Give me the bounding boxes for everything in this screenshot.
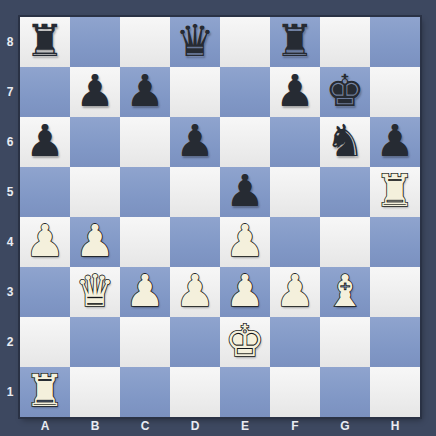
- square-f4[interactable]: [270, 217, 320, 267]
- file-label-d: D: [170, 417, 220, 436]
- square-b6[interactable]: [70, 117, 120, 167]
- square-d3[interactable]: ♟: [170, 267, 220, 317]
- square-g7[interactable]: ♚: [320, 67, 370, 117]
- rank-label-1: 1: [0, 367, 20, 417]
- square-g8[interactable]: [320, 17, 370, 67]
- piece-black-pawn[interactable]: ♟: [375, 117, 414, 166]
- square-b2[interactable]: [70, 317, 120, 367]
- file-label-e: E: [220, 417, 270, 436]
- square-d5[interactable]: [170, 167, 220, 217]
- piece-white-pawn[interactable]: ♟: [25, 217, 64, 266]
- piece-black-king[interactable]: ♚: [325, 67, 364, 116]
- square-e4[interactable]: ♟: [220, 217, 270, 267]
- square-f1[interactable]: [270, 367, 320, 417]
- square-c8[interactable]: [120, 17, 170, 67]
- file-label-f: F: [270, 417, 320, 436]
- square-g3[interactable]: ♝: [320, 267, 370, 317]
- chess-board: ♜♛♜♟♟♟♚♟♟♞♟♟♜♟♟♟♛♟♟♟♟♝♚♜: [20, 17, 420, 417]
- square-e1[interactable]: [220, 367, 270, 417]
- square-a3[interactable]: [20, 267, 70, 317]
- rank-label-4: 4: [0, 217, 20, 267]
- square-f5[interactable]: [270, 167, 320, 217]
- rank-label-5: 5: [0, 167, 20, 217]
- rank-label-3: 3: [0, 267, 20, 317]
- square-g1[interactable]: [320, 367, 370, 417]
- piece-black-pawn[interactable]: ♟: [75, 67, 114, 116]
- file-label-a: A: [20, 417, 70, 436]
- square-e8[interactable]: [220, 17, 270, 67]
- piece-black-pawn[interactable]: ♟: [125, 67, 164, 116]
- square-a7[interactable]: [20, 67, 70, 117]
- square-a8[interactable]: ♜: [20, 17, 70, 67]
- piece-white-rook[interactable]: ♜: [375, 167, 414, 216]
- square-e7[interactable]: [220, 67, 270, 117]
- square-a6[interactable]: ♟: [20, 117, 70, 167]
- square-d2[interactable]: [170, 317, 220, 367]
- piece-black-pawn[interactable]: ♟: [175, 117, 214, 166]
- piece-white-pawn[interactable]: ♟: [225, 267, 264, 316]
- square-d1[interactable]: [170, 367, 220, 417]
- square-f8[interactable]: ♜: [270, 17, 320, 67]
- chess-board-frame: ♜♛♜♟♟♟♚♟♟♞♟♟♜♟♟♟♛♟♟♟♟♝♚♜ 87654321 ABCDEF…: [0, 0, 436, 436]
- file-label-b: B: [70, 417, 120, 436]
- square-e5[interactable]: ♟: [220, 167, 270, 217]
- piece-black-rook[interactable]: ♜: [275, 17, 314, 66]
- piece-white-pawn[interactable]: ♟: [275, 267, 314, 316]
- square-h1[interactable]: [370, 367, 420, 417]
- square-f3[interactable]: ♟: [270, 267, 320, 317]
- square-g5[interactable]: [320, 167, 370, 217]
- square-f2[interactable]: [270, 317, 320, 367]
- piece-black-rook[interactable]: ♜: [25, 17, 64, 66]
- square-c7[interactable]: ♟: [120, 67, 170, 117]
- file-label-c: C: [120, 417, 170, 436]
- square-c1[interactable]: [120, 367, 170, 417]
- square-h4[interactable]: [370, 217, 420, 267]
- square-b7[interactable]: ♟: [70, 67, 120, 117]
- piece-white-king[interactable]: ♚: [225, 317, 264, 366]
- square-a4[interactable]: ♟: [20, 217, 70, 267]
- square-f7[interactable]: ♟: [270, 67, 320, 117]
- piece-black-pawn[interactable]: ♟: [25, 117, 64, 166]
- piece-white-pawn[interactable]: ♟: [175, 267, 214, 316]
- piece-black-pawn[interactable]: ♟: [275, 67, 314, 116]
- square-c2[interactable]: [120, 317, 170, 367]
- square-b1[interactable]: [70, 367, 120, 417]
- piece-white-pawn[interactable]: ♟: [75, 217, 114, 266]
- square-b8[interactable]: [70, 17, 120, 67]
- piece-white-rook[interactable]: ♜: [25, 367, 64, 416]
- square-f6[interactable]: [270, 117, 320, 167]
- square-g4[interactable]: [320, 217, 370, 267]
- square-b3[interactable]: ♛: [70, 267, 120, 317]
- rank-label-6: 6: [0, 117, 20, 167]
- piece-black-queen[interactable]: ♛: [175, 17, 214, 66]
- square-e6[interactable]: [220, 117, 270, 167]
- square-g6[interactable]: ♞: [320, 117, 370, 167]
- piece-white-bishop[interactable]: ♝: [325, 267, 364, 316]
- square-h3[interactable]: [370, 267, 420, 317]
- square-d6[interactable]: ♟: [170, 117, 220, 167]
- piece-white-queen[interactable]: ♛: [75, 267, 114, 316]
- file-label-h: H: [370, 417, 420, 436]
- square-d4[interactable]: [170, 217, 220, 267]
- rank-label-7: 7: [0, 67, 20, 117]
- square-c3[interactable]: ♟: [120, 267, 170, 317]
- piece-white-pawn[interactable]: ♟: [125, 267, 164, 316]
- square-c4[interactable]: [120, 217, 170, 267]
- square-h5[interactable]: ♜: [370, 167, 420, 217]
- square-a5[interactable]: [20, 167, 70, 217]
- square-c6[interactable]: [120, 117, 170, 167]
- square-a2[interactable]: [20, 317, 70, 367]
- rank-label-8: 8: [0, 17, 20, 67]
- square-d7[interactable]: [170, 67, 220, 117]
- square-b5[interactable]: [70, 167, 120, 217]
- piece-black-pawn[interactable]: ♟: [225, 167, 264, 216]
- rank-label-2: 2: [0, 317, 20, 367]
- square-e3[interactable]: ♟: [220, 267, 270, 317]
- square-h8[interactable]: [370, 17, 420, 67]
- square-c5[interactable]: [120, 167, 170, 217]
- square-e2[interactable]: ♚: [220, 317, 270, 367]
- piece-black-knight[interactable]: ♞: [325, 117, 364, 166]
- square-h6[interactable]: ♟: [370, 117, 420, 167]
- square-h7[interactable]: [370, 67, 420, 117]
- square-b4[interactable]: ♟: [70, 217, 120, 267]
- file-label-g: G: [320, 417, 370, 436]
- square-g2[interactable]: [320, 317, 370, 367]
- square-a1[interactable]: ♜: [20, 367, 70, 417]
- square-h2[interactable]: [370, 317, 420, 367]
- piece-white-pawn[interactable]: ♟: [225, 217, 264, 266]
- square-d8[interactable]: ♛: [170, 17, 220, 67]
